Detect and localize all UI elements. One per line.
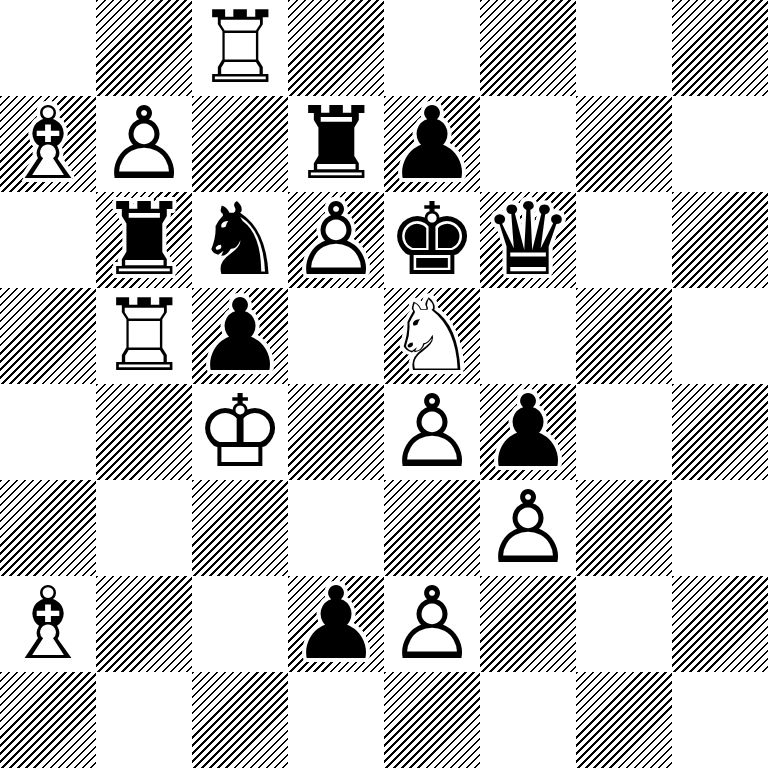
square-b3[interactable] <box>96 480 192 576</box>
square-b5[interactable]: ♜♖ <box>96 288 192 384</box>
square-e3[interactable] <box>384 480 480 576</box>
square-c4[interactable]: ♚♔ <box>192 384 288 480</box>
white-pawn-d6[interactable]: ♟♙ <box>288 192 384 288</box>
square-h6[interactable] <box>672 192 768 288</box>
square-c7[interactable] <box>192 96 288 192</box>
square-e4[interactable]: ♟♙ <box>384 384 480 480</box>
square-b7[interactable]: ♟♙ <box>96 96 192 192</box>
square-f6[interactable]: ♛ <box>480 192 576 288</box>
square-a7[interactable]: ♝♗ <box>0 96 96 192</box>
square-c2[interactable] <box>192 576 288 672</box>
square-b6[interactable]: ♜ <box>96 192 192 288</box>
square-h8[interactable] <box>672 0 768 96</box>
square-c5[interactable]: ♟ <box>192 288 288 384</box>
white-piece-outline: ♙ <box>96 96 192 192</box>
square-h1[interactable] <box>672 672 768 768</box>
white-pawn-e4[interactable]: ♟♙ <box>384 384 480 480</box>
square-c1[interactable] <box>192 672 288 768</box>
white-pawn-e2[interactable]: ♟♙ <box>384 576 480 672</box>
white-piece-outline: ♗ <box>0 96 96 192</box>
black-piece-glyph: ♟ <box>384 96 480 192</box>
black-king-e6[interactable]: ♚ <box>384 192 480 288</box>
square-f5[interactable] <box>480 288 576 384</box>
square-a4[interactable] <box>0 384 96 480</box>
white-piece-outline: ♖ <box>96 288 192 384</box>
square-f4[interactable]: ♟ <box>480 384 576 480</box>
square-b2[interactable] <box>96 576 192 672</box>
white-king-c4[interactable]: ♚♔ <box>192 384 288 480</box>
square-g8[interactable] <box>576 0 672 96</box>
square-c8[interactable]: ♜♖ <box>192 0 288 96</box>
black-pawn-d2[interactable]: ♟ <box>288 576 384 672</box>
black-piece-glyph: ♚ <box>384 192 480 288</box>
square-e2[interactable]: ♟♙ <box>384 576 480 672</box>
black-piece-glyph: ♛ <box>480 192 576 288</box>
black-piece-glyph: ♞ <box>192 192 288 288</box>
chess-board: ♜♖♝♗♟♙♜♟♜♞♟♙♚♛♜♖♟♞♘♚♔♟♙♟♟♙♝♗♟♟♙ <box>0 0 768 768</box>
square-d1[interactable] <box>288 672 384 768</box>
white-piece-outline: ♔ <box>192 384 288 480</box>
black-queen-f6[interactable]: ♛ <box>480 192 576 288</box>
square-a3[interactable] <box>0 480 96 576</box>
square-e7[interactable]: ♟ <box>384 96 480 192</box>
square-a6[interactable] <box>0 192 96 288</box>
square-d3[interactable] <box>288 480 384 576</box>
square-d8[interactable] <box>288 0 384 96</box>
square-g5[interactable] <box>576 288 672 384</box>
square-d7[interactable]: ♜ <box>288 96 384 192</box>
square-h5[interactable] <box>672 288 768 384</box>
white-knight-e5[interactable]: ♞♘ <box>384 288 480 384</box>
square-h2[interactable] <box>672 576 768 672</box>
white-rook-c8[interactable]: ♜♖ <box>192 0 288 96</box>
square-f3[interactable]: ♟♙ <box>480 480 576 576</box>
black-piece-glyph: ♟ <box>288 576 384 672</box>
white-piece-outline: ♙ <box>384 384 480 480</box>
black-piece-glyph: ♟ <box>480 384 576 480</box>
white-pawn-f3[interactable]: ♟♙ <box>480 480 576 576</box>
square-d6[interactable]: ♟♙ <box>288 192 384 288</box>
white-bishop-a2[interactable]: ♝♗ <box>0 576 96 672</box>
black-rook-b6[interactable]: ♜ <box>96 192 192 288</box>
black-pawn-c5[interactable]: ♟ <box>192 288 288 384</box>
square-g1[interactable] <box>576 672 672 768</box>
black-rook-d7[interactable]: ♜ <box>288 96 384 192</box>
square-d2[interactable]: ♟ <box>288 576 384 672</box>
white-piece-outline: ♙ <box>480 480 576 576</box>
square-g7[interactable] <box>576 96 672 192</box>
white-piece-outline: ♖ <box>192 0 288 96</box>
square-e5[interactable]: ♞♘ <box>384 288 480 384</box>
square-b1[interactable] <box>96 672 192 768</box>
square-d4[interactable] <box>288 384 384 480</box>
square-e6[interactable]: ♚ <box>384 192 480 288</box>
black-pawn-f4[interactable]: ♟ <box>480 384 576 480</box>
black-pawn-e7[interactable]: ♟ <box>384 96 480 192</box>
white-piece-outline: ♘ <box>384 288 480 384</box>
square-a5[interactable] <box>0 288 96 384</box>
square-a1[interactable] <box>0 672 96 768</box>
square-f1[interactable] <box>480 672 576 768</box>
square-g2[interactable] <box>576 576 672 672</box>
square-a8[interactable] <box>0 0 96 96</box>
square-h3[interactable] <box>672 480 768 576</box>
square-g6[interactable] <box>576 192 672 288</box>
square-e1[interactable] <box>384 672 480 768</box>
square-c6[interactable]: ♞ <box>192 192 288 288</box>
square-g4[interactable] <box>576 384 672 480</box>
square-b4[interactable] <box>96 384 192 480</box>
square-f7[interactable] <box>480 96 576 192</box>
black-piece-glyph: ♟ <box>192 288 288 384</box>
white-piece-outline: ♙ <box>384 576 480 672</box>
white-rook-b5[interactable]: ♜♖ <box>96 288 192 384</box>
square-f2[interactable] <box>480 576 576 672</box>
white-pawn-b7[interactable]: ♟♙ <box>96 96 192 192</box>
white-piece-outline: ♙ <box>288 192 384 288</box>
square-c3[interactable] <box>192 480 288 576</box>
black-piece-glyph: ♜ <box>96 192 192 288</box>
square-f8[interactable] <box>480 0 576 96</box>
square-d5[interactable] <box>288 288 384 384</box>
black-piece-glyph: ♜ <box>288 96 384 192</box>
white-piece-outline: ♗ <box>0 576 96 672</box>
black-knight-c6[interactable]: ♞ <box>192 192 288 288</box>
square-b8[interactable] <box>96 0 192 96</box>
square-h4[interactable] <box>672 384 768 480</box>
white-bishop-a7[interactable]: ♝♗ <box>0 96 96 192</box>
square-h7[interactable] <box>672 96 768 192</box>
square-g3[interactable] <box>576 480 672 576</box>
square-e8[interactable] <box>384 0 480 96</box>
square-a2[interactable]: ♝♗ <box>0 576 96 672</box>
